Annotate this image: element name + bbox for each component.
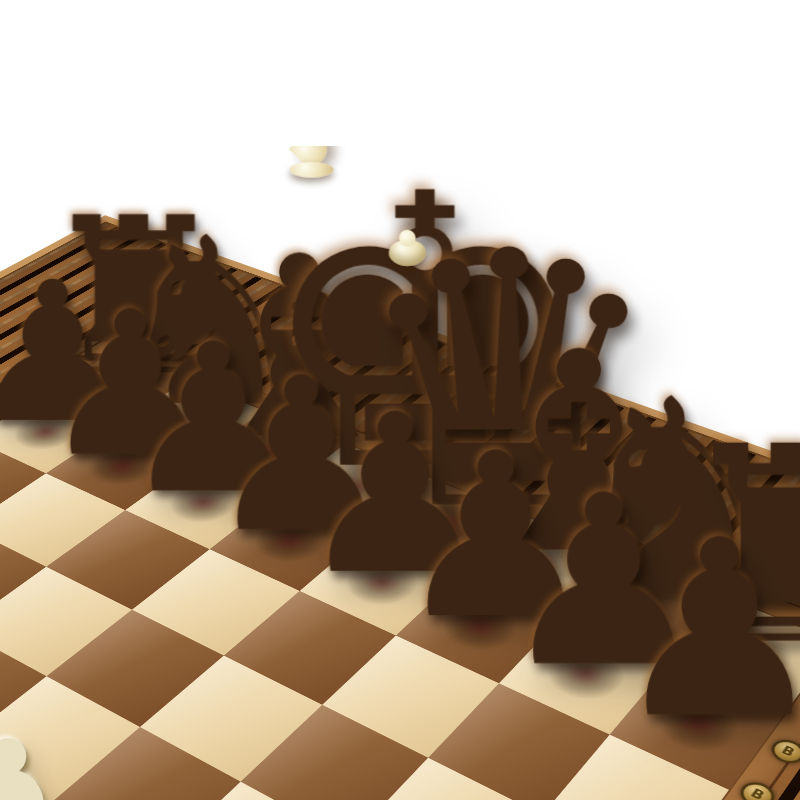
ivory-blossom-finial-icon bbox=[389, 239, 426, 265]
black-pawn-a7[interactable]: ♟ bbox=[610, 507, 742, 751]
white-pawn-partial[interactable]: ♟ bbox=[0, 712, 111, 800]
ivory-finial-ring-icon bbox=[290, 162, 333, 178]
perspective-viewport: BBBBBBBBBB ♜♞♝♚♛♝♞♜♟♟♟♟♟♟♟♟ bbox=[0, 0, 800, 800]
chess-set-photo: BBBBBBBBBB ♜♞♝♚♛♝♞♜♟♟♟♟♟♟♟♟ ♟ bbox=[0, 0, 800, 800]
chess-board: BBBBBBBBBB ♜♞♝♚♛♝♞♜♟♟♟♟♟♟♟♟ bbox=[0, 215, 800, 800]
